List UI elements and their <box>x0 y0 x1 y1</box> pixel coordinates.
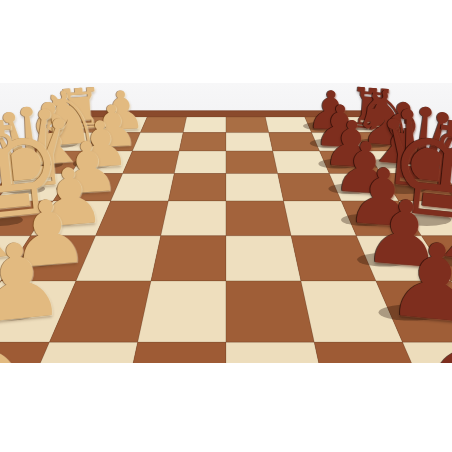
square-a4 <box>183 117 226 133</box>
piece-shadow <box>56 183 100 194</box>
piece-shadow <box>24 159 63 169</box>
piece-shadow <box>318 159 357 169</box>
piece-shadow <box>87 139 123 148</box>
piece-shadow <box>379 304 444 320</box>
square-c3 <box>123 151 180 173</box>
square-h7 <box>403 342 452 363</box>
square-b4 <box>179 133 226 152</box>
square-b3 <box>132 133 183 152</box>
square-g4 <box>138 281 226 342</box>
square-a5 <box>226 117 269 133</box>
piece-shadow <box>35 214 84 226</box>
square-g5 <box>226 281 314 342</box>
piece-shadow <box>344 122 377 130</box>
square-c4 <box>174 151 226 173</box>
square-e5 <box>226 201 291 236</box>
piece-shadow <box>402 214 451 226</box>
piece-shadow <box>383 183 427 194</box>
piece-shadow <box>57 122 90 130</box>
piece-shadow <box>310 139 346 148</box>
piece-shadow <box>341 214 390 226</box>
piece-shadow <box>303 122 336 130</box>
square-f4 <box>151 236 226 281</box>
piece-shadow <box>357 253 413 267</box>
square-a3 <box>140 117 186 133</box>
square-e4 <box>161 201 226 236</box>
square-c5 <box>226 151 278 173</box>
piece-shadow <box>355 139 391 148</box>
piece-shadow <box>328 183 372 194</box>
photo-area: ♜♞♝♛♚♝♞♜♟♟♟♟♟♟♟♟♟♟♟♟♟♟♟♟♜♞♝♛♚♝♞♜ <box>0 83 452 363</box>
chess-set-photo: ♜♞♝♛♚♝♞♜♟♟♟♟♟♟♟♟♟♟♟♟♟♟♟♟♜♞♝♛♚♝♞♜ <box>0 0 452 452</box>
square-b5 <box>226 133 273 152</box>
square-d4 <box>168 174 226 202</box>
square-d5 <box>226 174 284 202</box>
piece-shadow <box>73 159 112 169</box>
chess-board <box>0 83 452 363</box>
piece-shadow <box>98 122 131 130</box>
piece-shadow <box>8 253 64 267</box>
square-f5 <box>226 236 301 281</box>
piece-shadow <box>368 159 407 169</box>
piece-shadow <box>42 139 78 148</box>
piece-shadow <box>2 183 46 194</box>
